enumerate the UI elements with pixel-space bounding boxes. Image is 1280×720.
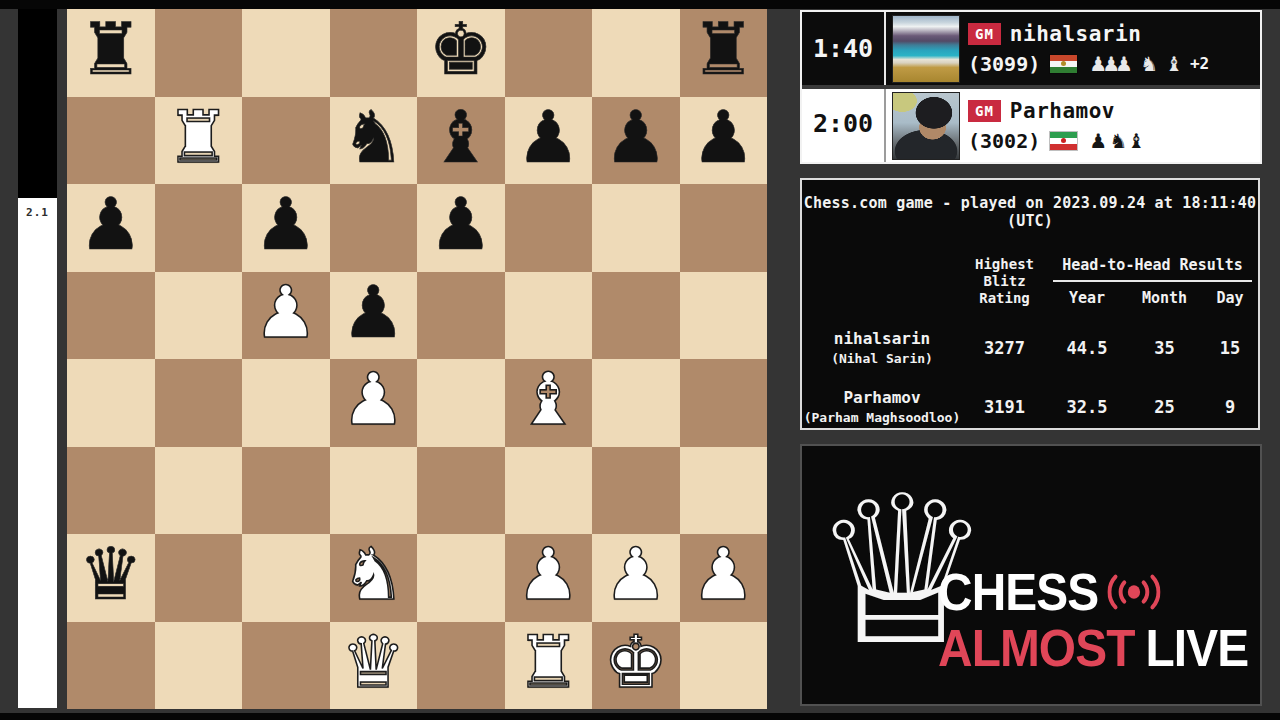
real-name: (Parham Maghsoodloo) xyxy=(802,410,962,425)
square-a6[interactable]: ♟ xyxy=(67,184,155,272)
square-b5[interactable] xyxy=(155,272,243,360)
stats-row-parhamov: Parhamov (Parham Maghsoodloo) 3191 32.5 … xyxy=(802,388,1258,425)
avatar-parhamov xyxy=(892,92,960,160)
black-rook-a8[interactable]: ♜ xyxy=(78,6,143,93)
square-f5[interactable] xyxy=(505,272,593,360)
eval-bar: 2.1 xyxy=(18,9,57,708)
broadcast-frame: 2.1 ♜♚♜♜♞♝♟♟♟♟♟♟♟♟♟♝♛♞♟♟♟♛♜♚ 1:40 GM nih… xyxy=(0,0,1280,720)
highest-blitz-rating-header: Highest Blitz Rating xyxy=(962,256,1047,307)
h2h-day: 9 xyxy=(1202,397,1258,417)
clock-black: 1:40 xyxy=(802,12,886,85)
black-knight-d7[interactable]: ♞ xyxy=(341,94,406,181)
player-rating: (3002) xyxy=(968,129,1040,153)
square-d4[interactable]: ♟ xyxy=(330,359,418,447)
channel-logo-text: CHESS ALMOST LIVE xyxy=(938,564,1232,676)
square-g8[interactable] xyxy=(592,9,680,97)
blitz-rating: 3191 xyxy=(962,397,1047,417)
col-month: Month xyxy=(1127,289,1202,307)
square-d3[interactable] xyxy=(330,447,418,535)
black-pawn-c6[interactable]: ♟ xyxy=(253,181,318,268)
square-c7[interactable] xyxy=(242,97,330,185)
square-h7[interactable]: ♟ xyxy=(680,97,768,185)
white-rook-b7[interactable]: ♜ xyxy=(166,94,231,181)
square-h3[interactable] xyxy=(680,447,768,535)
square-h6[interactable] xyxy=(680,184,768,272)
square-c1[interactable] xyxy=(242,622,330,710)
square-c8[interactable] xyxy=(242,9,330,97)
square-g6[interactable] xyxy=(592,184,680,272)
player-info-white: GM Parhamov (3002) ♟ ♞ ♝ xyxy=(968,99,1260,153)
square-b1[interactable] xyxy=(155,622,243,710)
player-clocks-panel: 1:40 GM nihalsarin (3099) ♟♟♟ ♞ ♝ xyxy=(800,10,1262,164)
black-pawn-e6[interactable]: ♟ xyxy=(428,181,493,268)
square-d2[interactable]: ♞ xyxy=(330,534,418,622)
h2h-month: 35 xyxy=(1127,338,1202,358)
eval-bar-black-section xyxy=(18,9,57,198)
square-g4[interactable] xyxy=(592,359,680,447)
square-g5[interactable] xyxy=(592,272,680,360)
iran-flag-icon xyxy=(1050,132,1077,150)
game-stats-panel: Chess.com game - played on 2023.09.24 at… xyxy=(800,178,1260,430)
black-pawn-d5[interactable]: ♟ xyxy=(341,269,406,356)
black-pawn-g7[interactable]: ♟ xyxy=(603,94,668,181)
col-year: Year xyxy=(1047,289,1127,307)
white-pawn-g2[interactable]: ♟ xyxy=(603,531,668,618)
square-a8[interactable]: ♜ xyxy=(67,9,155,97)
square-f1[interactable]: ♜ xyxy=(505,622,593,710)
square-a1[interactable] xyxy=(67,622,155,710)
player-info-black: GM nihalsarin (3099) ♟♟♟ ♞ ♝ +2 xyxy=(968,22,1260,76)
material-advantage: +2 xyxy=(1190,54,1209,73)
logo-word-chess: CHESS xyxy=(938,562,1098,622)
square-b2[interactable] xyxy=(155,534,243,622)
square-f4[interactable]: ♝ xyxy=(505,359,593,447)
square-f2[interactable]: ♟ xyxy=(505,534,593,622)
square-e8[interactable]: ♚ xyxy=(417,9,505,97)
blitz-rating: 3277 xyxy=(962,338,1047,358)
channel-logo-panel: ♕ CHESS ALMOST LIVE xyxy=(800,444,1262,706)
square-e3[interactable] xyxy=(417,447,505,535)
square-e6[interactable]: ♟ xyxy=(417,184,505,272)
square-g2[interactable]: ♟ xyxy=(592,534,680,622)
black-pawn-f7[interactable]: ♟ xyxy=(516,94,581,181)
letterbox-bottom xyxy=(0,713,1280,720)
captured-bishop-icon: ♝ xyxy=(1127,129,1145,153)
square-f3[interactable] xyxy=(505,447,593,535)
square-c4[interactable] xyxy=(242,359,330,447)
square-a2[interactable]: ♛ xyxy=(67,534,155,622)
username: Parhamov xyxy=(802,388,962,407)
h2h-year: 32.5 xyxy=(1047,397,1127,417)
captured-knight-icon: ♞ xyxy=(1109,129,1127,153)
gm-title-badge: GM xyxy=(968,23,1001,45)
stats-header: Highest Blitz Rating Head-to-Head Result… xyxy=(802,256,1258,307)
square-h1[interactable] xyxy=(680,622,768,710)
square-a4[interactable] xyxy=(67,359,155,447)
player-name: Parhamov xyxy=(1010,99,1115,123)
col-day: Day xyxy=(1202,289,1258,307)
white-rook-f1[interactable]: ♜ xyxy=(516,619,581,706)
gm-title-badge: GM xyxy=(968,100,1001,122)
white-pawn-d4[interactable]: ♟ xyxy=(341,356,406,443)
white-king-g1[interactable]: ♚ xyxy=(603,619,668,706)
game-info-title: Chess.com game - played on 2023.09.24 at… xyxy=(802,194,1258,230)
logo-word-almost: ALMOST xyxy=(938,618,1134,678)
square-e7[interactable]: ♝ xyxy=(417,97,505,185)
player-row-black: 1:40 GM nihalsarin (3099) ♟♟♟ ♞ ♝ xyxy=(802,12,1260,85)
square-c3[interactable] xyxy=(242,447,330,535)
white-knight-d2[interactable]: ♞ xyxy=(341,531,406,618)
head-to-head-header: Head-to-Head Results Year Month Day xyxy=(1047,256,1258,307)
h2h-day: 15 xyxy=(1202,338,1258,358)
captured-bishop-icon: ♝ xyxy=(1165,52,1183,76)
black-rook-h8[interactable]: ♜ xyxy=(691,6,756,93)
queen-sketch-icon: ♕ xyxy=(810,454,940,694)
sidebar: 1:40 GM nihalsarin (3099) ♟♟♟ ♞ ♝ xyxy=(800,10,1262,706)
black-king-e8[interactable]: ♚ xyxy=(428,6,493,93)
square-h2[interactable]: ♟ xyxy=(680,534,768,622)
square-c2[interactable] xyxy=(242,534,330,622)
player-row-white: 2:00 GM Parhamov (3002) ♟ ♞ ♝ xyxy=(802,85,1260,162)
square-c5[interactable]: ♟ xyxy=(242,272,330,360)
square-d8[interactable] xyxy=(330,9,418,97)
chess-board[interactable]: ♜♚♜♜♞♝♟♟♟♟♟♟♟♟♟♝♛♞♟♟♟♛♜♚ xyxy=(67,9,767,709)
square-a5[interactable] xyxy=(67,272,155,360)
stats-row-nihalsarin: nihalsarin (Nihal Sarin) 3277 44.5 35 15 xyxy=(802,329,1258,366)
eval-score: 2.1 xyxy=(18,206,57,219)
black-pawn-a6[interactable]: ♟ xyxy=(78,181,143,268)
square-e1[interactable] xyxy=(417,622,505,710)
square-h8[interactable]: ♜ xyxy=(680,9,768,97)
square-a3[interactable] xyxy=(67,447,155,535)
white-pawn-h2[interactable]: ♟ xyxy=(691,531,756,618)
square-h4[interactable] xyxy=(680,359,768,447)
square-f7[interactable]: ♟ xyxy=(505,97,593,185)
india-flag-icon xyxy=(1050,55,1077,73)
captured-knight-icon: ♞ xyxy=(1140,52,1158,76)
square-c6[interactable]: ♟ xyxy=(242,184,330,272)
square-f6[interactable] xyxy=(505,184,593,272)
square-e4[interactable] xyxy=(417,359,505,447)
square-d6[interactable] xyxy=(330,184,418,272)
square-b7[interactable]: ♜ xyxy=(155,97,243,185)
broadcast-icon xyxy=(1107,571,1160,613)
square-e2[interactable] xyxy=(417,534,505,622)
square-b4[interactable] xyxy=(155,359,243,447)
white-queen-d1[interactable]: ♛ xyxy=(341,619,406,706)
square-e5[interactable] xyxy=(417,272,505,360)
avatar-nihalsarin xyxy=(892,15,960,83)
square-g7[interactable]: ♟ xyxy=(592,97,680,185)
square-f8[interactable] xyxy=(505,9,593,97)
logo-word-live: LIVE xyxy=(1145,618,1248,678)
square-b3[interactable] xyxy=(155,447,243,535)
white-pawn-c5[interactable]: ♟ xyxy=(253,269,318,356)
captured-pawn-icon: ♟ xyxy=(1089,129,1107,153)
square-b8[interactable] xyxy=(155,9,243,97)
white-bishop-f4[interactable]: ♝ xyxy=(516,356,581,443)
square-d7[interactable]: ♞ xyxy=(330,97,418,185)
clock-white: 2:00 xyxy=(802,89,886,162)
square-d5[interactable]: ♟ xyxy=(330,272,418,360)
black-pawn-h7[interactable]: ♟ xyxy=(691,94,756,181)
h2h-year: 44.5 xyxy=(1047,338,1127,358)
username: nihalsarin xyxy=(802,329,962,348)
white-pawn-f2[interactable]: ♟ xyxy=(516,531,581,618)
real-name: (Nihal Sarin) xyxy=(802,351,962,366)
square-h5[interactable] xyxy=(680,272,768,360)
captured-pawns-icon: ♟♟♟ xyxy=(1089,52,1128,76)
h2h-month: 25 xyxy=(1127,397,1202,417)
square-a7[interactable] xyxy=(67,97,155,185)
square-g1[interactable]: ♚ xyxy=(592,622,680,710)
black-queen-a2[interactable]: ♛ xyxy=(78,531,143,618)
black-bishop-e7[interactable]: ♝ xyxy=(428,94,493,181)
square-b6[interactable] xyxy=(155,184,243,272)
letterbox-top xyxy=(0,0,1280,9)
square-d1[interactable]: ♛ xyxy=(330,622,418,710)
square-g3[interactable] xyxy=(592,447,680,535)
player-name: nihalsarin xyxy=(1010,22,1141,46)
player-rating: (3099) xyxy=(968,52,1040,76)
